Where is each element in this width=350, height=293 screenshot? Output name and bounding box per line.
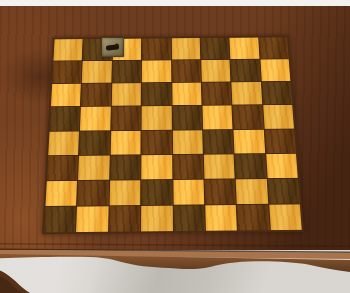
piece — [202, 106, 232, 129]
piece — [76, 206, 108, 232]
piece — [264, 129, 296, 153]
piece — [172, 83, 202, 106]
piece — [237, 205, 269, 231]
square-g2[interactable] — [236, 179, 268, 204]
piece — [263, 105, 294, 128]
square-f6[interactable] — [202, 83, 232, 106]
square-e1[interactable] — [173, 205, 205, 231]
piece — [110, 155, 141, 180]
piece — [111, 107, 141, 130]
brass-escutcheon — [101, 37, 124, 57]
square-c4[interactable] — [110, 130, 140, 154]
piece — [171, 38, 200, 60]
piece — [81, 84, 111, 107]
table-edge — [0, 238, 350, 293]
square-a7[interactable] — [52, 61, 82, 83]
piece — [47, 156, 78, 181]
square-a3[interactable] — [47, 156, 78, 181]
square-h3[interactable] — [266, 153, 298, 177]
square-h5[interactable] — [263, 105, 294, 128]
piece — [205, 205, 237, 231]
square-a8[interactable] — [53, 39, 82, 61]
piece — [266, 153, 298, 177]
square-f2[interactable] — [204, 179, 236, 204]
square-d4[interactable] — [142, 130, 172, 154]
piece — [142, 130, 172, 154]
square-b3[interactable] — [78, 155, 109, 180]
piece — [109, 180, 140, 205]
piece — [200, 38, 229, 60]
square-c6[interactable] — [112, 83, 141, 106]
piece — [78, 155, 109, 180]
piece — [269, 204, 302, 230]
square-d8[interactable] — [142, 38, 171, 60]
piece — [172, 106, 202, 129]
piece — [48, 131, 79, 155]
piece — [45, 181, 77, 206]
piece — [52, 61, 82, 83]
piece — [141, 155, 172, 180]
piece — [142, 83, 171, 106]
square-f8[interactable] — [200, 38, 229, 60]
photo-frame — [0, 0, 350, 293]
square-e3[interactable] — [173, 154, 204, 179]
piece — [53, 39, 82, 61]
piece — [233, 105, 264, 128]
piece — [202, 83, 232, 106]
square-f1[interactable] — [205, 205, 237, 231]
piece — [172, 60, 201, 82]
square-h7[interactable] — [260, 59, 290, 81]
chessboard[interactable] — [42, 36, 304, 235]
piece — [51, 84, 81, 107]
piece — [142, 38, 171, 60]
square-h4[interactable] — [264, 129, 296, 153]
square-g7[interactable] — [231, 60, 261, 82]
square-a2[interactable] — [45, 181, 77, 206]
square-g5[interactable] — [233, 105, 264, 128]
piece — [204, 154, 235, 178]
piece — [112, 61, 141, 83]
square-g8[interactable] — [230, 38, 260, 60]
piece — [232, 82, 262, 105]
piece — [261, 82, 292, 105]
piece — [231, 60, 261, 82]
piece — [110, 130, 140, 154]
square-g4[interactable] — [234, 129, 265, 153]
square-f7[interactable] — [201, 60, 231, 82]
square-a4[interactable] — [48, 131, 79, 155]
square-a6[interactable] — [51, 84, 81, 107]
piece — [230, 38, 260, 60]
square-h1[interactable] — [269, 204, 302, 230]
square-b2[interactable] — [77, 180, 108, 205]
piece — [267, 179, 299, 204]
piece — [141, 206, 172, 232]
square-h6[interactable] — [261, 82, 292, 105]
piece — [234, 129, 265, 153]
square-e6[interactable] — [172, 83, 202, 106]
piece — [79, 131, 110, 155]
square-h8[interactable] — [259, 37, 289, 59]
square-c7[interactable] — [112, 61, 141, 83]
piece — [235, 154, 267, 178]
square-b4[interactable] — [79, 131, 110, 155]
square-g6[interactable] — [232, 82, 262, 105]
square-b6[interactable] — [81, 84, 111, 107]
piece — [201, 60, 231, 82]
square-e7[interactable] — [172, 60, 201, 82]
piece — [77, 180, 108, 205]
piece — [173, 179, 204, 204]
square-e5[interactable] — [172, 106, 202, 129]
square-d5[interactable] — [142, 106, 172, 129]
square-g1[interactable] — [237, 205, 269, 231]
piece — [142, 60, 171, 82]
square-b7[interactable] — [82, 61, 111, 83]
square-d7[interactable] — [142, 60, 171, 82]
square-e2[interactable] — [173, 179, 204, 204]
square-a1[interactable] — [44, 206, 76, 232]
piece — [204, 179, 236, 204]
square-c2[interactable] — [109, 180, 140, 205]
square-h2[interactable] — [267, 179, 299, 204]
piece — [203, 130, 234, 154]
piece — [260, 59, 290, 81]
piece — [173, 154, 204, 179]
piece — [82, 61, 111, 83]
piece — [112, 83, 141, 106]
square-c5[interactable] — [111, 107, 141, 130]
keyhole-icon — [106, 44, 119, 50]
square-c1[interactable] — [109, 206, 141, 232]
square-f4[interactable] — [203, 130, 234, 154]
piece — [80, 107, 110, 130]
square-b1[interactable] — [76, 206, 108, 232]
piece — [50, 107, 81, 130]
square-f5[interactable] — [202, 106, 232, 129]
square-d6[interactable] — [142, 83, 171, 106]
square-d2[interactable] — [141, 180, 172, 205]
square-e8[interactable] — [171, 38, 200, 60]
piece — [259, 37, 289, 59]
piece — [142, 106, 172, 129]
chessboard-wrap — [42, 5, 304, 233]
piece — [173, 205, 205, 231]
piece — [109, 206, 141, 232]
piece — [141, 180, 172, 205]
square-e4[interactable] — [172, 130, 202, 154]
square-a5[interactable] — [50, 107, 81, 130]
square-c3[interactable] — [110, 155, 141, 180]
edge-seam-line — [0, 243, 350, 247]
square-d1[interactable] — [141, 206, 172, 232]
piece — [236, 179, 268, 204]
square-f3[interactable] — [204, 154, 235, 178]
square-b5[interactable] — [80, 107, 110, 130]
piece — [172, 130, 202, 154]
piece — [44, 206, 76, 232]
square-g3[interactable] — [235, 154, 267, 178]
square-d3[interactable] — [141, 155, 172, 180]
